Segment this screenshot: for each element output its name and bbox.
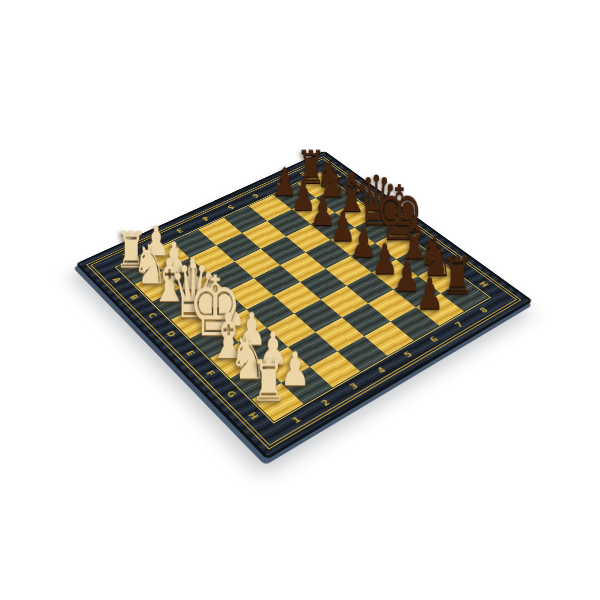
square-b1: ♞ [135,271,181,302]
squares: ♜♞♝♛♚♝♞♜♟♟♟♟♟♟♟♟♟♟♟♟♟♟♟♟♜♞♝♛♚♝♞♜ [117,173,488,421]
black-rook-a8: ♜ [296,145,318,190]
photo-scene: ABCDEFGH ABCDEFGH 87654321 87654321 ♜♞♝♛… [0,0,600,600]
white-rook-a1: ♜ [115,226,139,276]
white-pawn-a2: ♟ [143,221,166,262]
file-label-bottom-d: D [155,321,187,347]
square-d1: ♛ [171,306,219,339]
square-d4 [254,265,300,295]
chessboard: ABCDEFGH ABCDEFGH 87654321 87654321 ♜♞♝♛… [79,153,528,456]
black-king-e8: ♚ [375,175,398,251]
